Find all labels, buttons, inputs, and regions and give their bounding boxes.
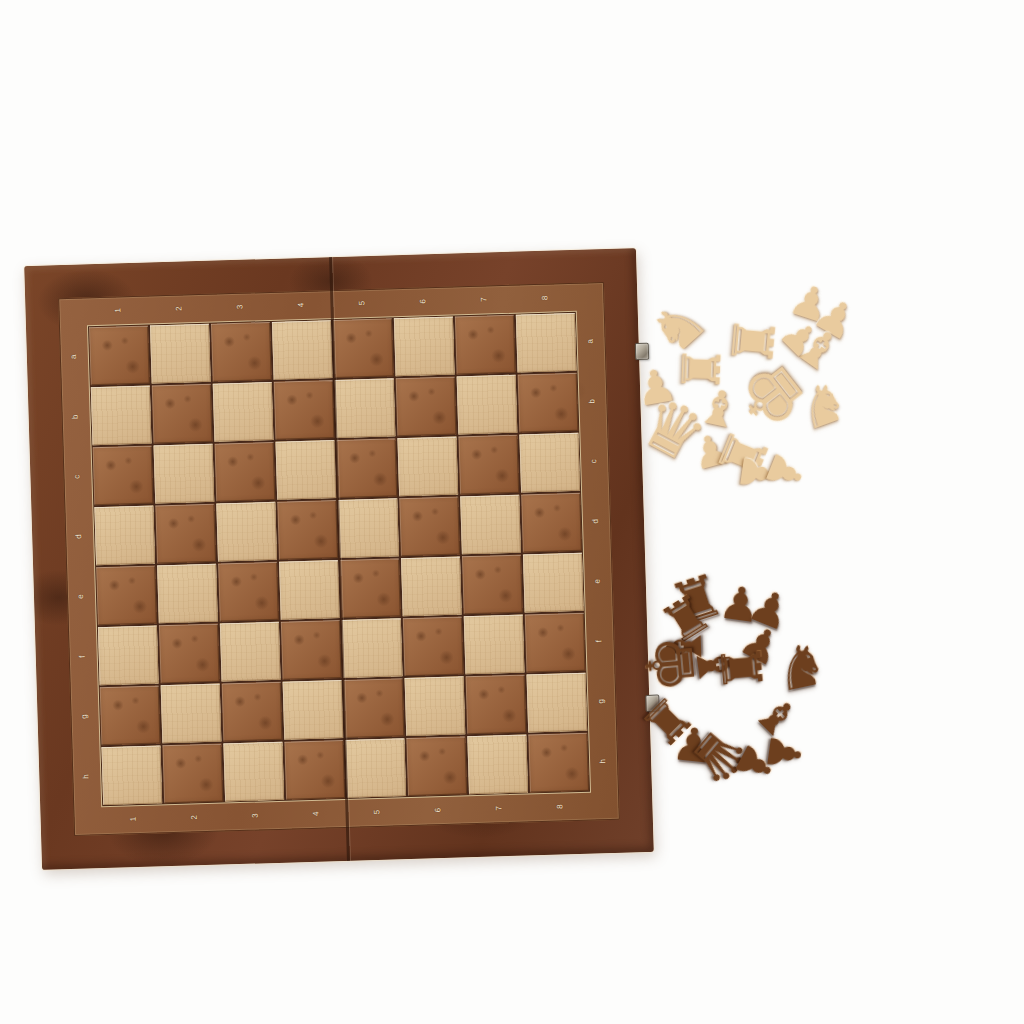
square-d8 [521, 493, 582, 553]
square-c2 [154, 444, 215, 504]
coord-left-d: d [75, 534, 83, 539]
square-f5 [342, 618, 403, 678]
square-d6 [399, 496, 460, 556]
square-a2 [150, 324, 211, 384]
square-f7 [464, 615, 525, 675]
coord-right-d: d [592, 519, 600, 524]
square-f4 [281, 620, 342, 680]
checker-disc-black [0, 838, 40, 878]
checker-disc-natural [0, 164, 40, 204]
coord-left-g: g [80, 714, 88, 719]
checker-disc-black [0, 0, 42, 42]
checker-disc-black [0, 1002, 40, 1024]
checker-disc-black [0, 754, 42, 796]
coord-top-3: 3 [236, 304, 244, 309]
checker-disc-black [0, 796, 42, 838]
square-g3 [222, 682, 283, 742]
square-d2 [155, 504, 216, 564]
coord-left-f: f [79, 655, 87, 657]
coord-left-e: e [77, 594, 85, 599]
coord-right-b: b [588, 399, 596, 404]
square-f8 [525, 613, 586, 673]
square-b6 [396, 376, 457, 436]
square-b8 [518, 373, 579, 433]
square-a3 [211, 322, 272, 382]
square-c8 [519, 433, 580, 493]
square-c7 [458, 435, 519, 495]
coord-left-b: b [72, 414, 80, 419]
square-a5 [333, 318, 394, 378]
square-h6 [406, 736, 467, 796]
coord-top-4: 4 [297, 303, 305, 308]
coord-right-e: e [594, 579, 602, 584]
square-d1 [94, 505, 155, 565]
coord-right-f: f [596, 640, 604, 642]
coord-bottom-3: 3 [251, 813, 259, 818]
square-e7 [462, 555, 523, 615]
coord-left-h: h [82, 774, 90, 779]
square-e8 [523, 553, 584, 613]
coord-bottom-6: 6 [434, 808, 442, 813]
coord-left-c: c [73, 475, 81, 479]
square-f1 [98, 625, 159, 685]
coord-right-g: g [597, 699, 605, 704]
coord-top-8: 8 [541, 295, 549, 300]
coord-top-5: 5 [358, 301, 366, 306]
square-g6 [405, 676, 466, 736]
square-e1 [96, 565, 157, 625]
square-b3 [213, 382, 274, 442]
checker-disc-black [0, 42, 42, 84]
coord-right-h: h [599, 759, 607, 764]
square-c1 [93, 446, 154, 506]
coord-left-a: a [70, 354, 78, 359]
square-h2 [162, 744, 223, 804]
square-c4 [275, 440, 336, 500]
coord-bottom-5: 5 [373, 810, 381, 815]
checker-disc-black [0, 84, 40, 124]
square-f6 [403, 616, 464, 676]
square-g8 [527, 673, 588, 733]
product-photo-canvas: 1234567812345678abcdefghabcdefgh ♟♟♞♜♝♜♟… [0, 0, 1024, 1024]
square-h8 [528, 733, 589, 793]
square-a6 [394, 317, 455, 377]
square-e6 [401, 556, 462, 616]
coord-bottom-4: 4 [312, 811, 320, 816]
square-g5 [344, 678, 405, 738]
square-e4 [279, 560, 340, 620]
coord-top-2: 2 [175, 306, 183, 311]
square-e2 [157, 564, 218, 624]
folding-chessboard: 1234567812345678abcdefghabcdefgh [24, 248, 654, 870]
coord-bottom-2: 2 [190, 815, 198, 820]
checker-disc-natural [0, 878, 44, 922]
square-e3 [218, 562, 279, 622]
square-h4 [284, 740, 345, 800]
coord-top-6: 6 [419, 299, 427, 304]
square-b5 [335, 378, 396, 438]
square-g1 [100, 685, 161, 745]
square-c3 [215, 442, 276, 502]
square-g4 [283, 680, 344, 740]
square-f2 [159, 624, 220, 684]
square-e5 [340, 558, 401, 618]
coord-right-a: a [587, 339, 595, 344]
checker-disc-natural [0, 922, 40, 962]
square-a4 [272, 320, 333, 380]
square-h5 [345, 738, 406, 798]
square-c6 [397, 436, 458, 496]
square-b4 [274, 380, 335, 440]
square-b1 [91, 386, 152, 446]
square-a1 [89, 326, 150, 386]
dark-rook: ♜ [711, 642, 769, 695]
coord-bottom-8: 8 [556, 804, 564, 809]
square-d3 [216, 502, 277, 562]
coord-top-7: 7 [480, 297, 488, 302]
coord-top-1: 1 [114, 308, 122, 313]
clasp-latch-upper [635, 343, 649, 360]
square-c5 [336, 438, 397, 498]
checker-disc-black [0, 962, 40, 1002]
coord-right-c: c [590, 459, 598, 463]
square-h1 [101, 745, 162, 805]
square-b2 [152, 384, 213, 444]
square-a7 [455, 315, 516, 375]
coord-bottom-1: 1 [129, 817, 137, 822]
square-h7 [467, 735, 528, 795]
square-d4 [277, 500, 338, 560]
square-h3 [223, 742, 284, 802]
checker-disc-natural [0, 204, 42, 246]
coord-bottom-7: 7 [495, 806, 503, 811]
square-b7 [457, 375, 518, 435]
square-g7 [466, 675, 527, 735]
square-d5 [338, 498, 399, 558]
square-f3 [220, 622, 281, 682]
checker-disc-natural [0, 124, 40, 164]
square-a8 [516, 313, 577, 373]
square-d7 [460, 495, 521, 555]
square-g2 [161, 684, 222, 744]
